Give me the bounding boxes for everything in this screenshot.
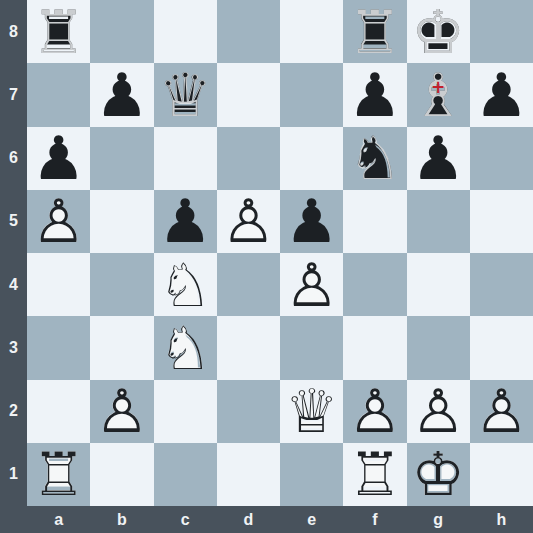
square-g8[interactable]: ♚♔ — [407, 0, 470, 63]
square-c1[interactable] — [154, 443, 217, 506]
square-e1[interactable] — [280, 443, 343, 506]
square-f8[interactable]: ♜♖ — [343, 0, 406, 63]
square-h4[interactable] — [470, 253, 533, 316]
square-f5[interactable] — [343, 190, 406, 253]
square-c7[interactable]: ♛♕ — [154, 63, 217, 126]
square-g4[interactable] — [407, 253, 470, 316]
file-labels: abcdefgh — [27, 506, 533, 533]
square-g3[interactable] — [407, 316, 470, 379]
black-bishop[interactable]: ♝♗+ — [407, 63, 470, 126]
file-label-b: b — [90, 506, 153, 533]
square-c5[interactable]: ♟ — [154, 190, 217, 253]
rank-label-5: 5 — [0, 190, 27, 253]
square-h6[interactable] — [470, 127, 533, 190]
black-pawn[interactable]: ♟ — [343, 63, 406, 126]
black-pawn[interactable]: ♟ — [90, 63, 153, 126]
black-rook[interactable]: ♜♖ — [343, 0, 406, 63]
white-rook[interactable]: ♜♖ — [343, 443, 406, 506]
square-d3[interactable] — [217, 316, 280, 379]
square-g2[interactable]: ♟♙ — [407, 380, 470, 443]
white-pawn[interactable]: ♟♙ — [343, 380, 406, 443]
file-label-e: e — [280, 506, 343, 533]
square-e3[interactable] — [280, 316, 343, 379]
square-g7[interactable]: ♝♗+ — [407, 63, 470, 126]
square-b8[interactable] — [90, 0, 153, 63]
red-cross-icon: + — [431, 78, 445, 95]
square-b7[interactable]: ♟ — [90, 63, 153, 126]
square-e7[interactable] — [280, 63, 343, 126]
square-b6[interactable] — [90, 127, 153, 190]
square-d6[interactable] — [217, 127, 280, 190]
square-g1[interactable]: ♚♔ — [407, 443, 470, 506]
black-pawn[interactable]: ♟ — [470, 63, 533, 126]
square-h8[interactable] — [470, 0, 533, 63]
black-pawn[interactable]: ♟ — [407, 127, 470, 190]
square-h1[interactable] — [470, 443, 533, 506]
rank-label-6: 6 — [0, 127, 27, 190]
square-e6[interactable] — [280, 127, 343, 190]
black-king[interactable]: ♚♔ — [407, 0, 470, 63]
square-d5[interactable]: ♟♙ — [217, 190, 280, 253]
rank-labels: 87654321 — [0, 0, 27, 506]
square-e8[interactable] — [280, 0, 343, 63]
white-knight[interactable]: ♞♘ — [154, 253, 217, 316]
square-f1[interactable]: ♜♖ — [343, 443, 406, 506]
square-b4[interactable] — [90, 253, 153, 316]
square-d2[interactable] — [217, 380, 280, 443]
square-b5[interactable] — [90, 190, 153, 253]
rank-label-7: 7 — [0, 63, 27, 126]
square-a3[interactable] — [27, 316, 90, 379]
square-a6[interactable]: ♟ — [27, 127, 90, 190]
black-rook[interactable]: ♜♖ — [27, 0, 90, 63]
square-g5[interactable] — [407, 190, 470, 253]
white-knight[interactable]: ♞♘ — [154, 316, 217, 379]
white-rook[interactable]: ♜♖ — [27, 443, 90, 506]
black-pawn[interactable]: ♟ — [154, 190, 217, 253]
square-h3[interactable] — [470, 316, 533, 379]
white-pawn[interactable]: ♟♙ — [27, 190, 90, 253]
square-c8[interactable] — [154, 0, 217, 63]
square-b3[interactable] — [90, 316, 153, 379]
rank-label-3: 3 — [0, 316, 27, 379]
black-queen[interactable]: ♛♕ — [154, 63, 217, 126]
square-e2[interactable]: ♛♕ — [280, 380, 343, 443]
square-a1[interactable]: ♜♖ — [27, 443, 90, 506]
file-label-g: g — [407, 506, 470, 533]
square-d4[interactable] — [217, 253, 280, 316]
chess-board: ♜♖♜♖♚♔♟♛♕♟♝♗+♟♟♞♘♟♟♙♟♟♙♟♞♘♟♙♞♘♟♙♛♕♟♙♟♙♟♙… — [27, 0, 533, 506]
white-pawn[interactable]: ♟♙ — [407, 380, 470, 443]
square-f2[interactable]: ♟♙ — [343, 380, 406, 443]
square-f6[interactable]: ♞♘ — [343, 127, 406, 190]
square-d1[interactable] — [217, 443, 280, 506]
file-label-a: a — [27, 506, 90, 533]
black-knight[interactable]: ♞♘ — [343, 127, 406, 190]
square-a8[interactable]: ♜♖ — [27, 0, 90, 63]
square-f3[interactable] — [343, 316, 406, 379]
black-pawn[interactable]: ♟ — [27, 127, 90, 190]
white-pawn[interactable]: ♟♙ — [280, 253, 343, 316]
square-g6[interactable]: ♟ — [407, 127, 470, 190]
square-c4[interactable]: ♞♘ — [154, 253, 217, 316]
square-h2[interactable]: ♟♙ — [470, 380, 533, 443]
white-queen[interactable]: ♛♕ — [280, 380, 343, 443]
square-f4[interactable] — [343, 253, 406, 316]
square-b2[interactable]: ♟♙ — [90, 380, 153, 443]
square-d7[interactable] — [217, 63, 280, 126]
square-h7[interactable]: ♟ — [470, 63, 533, 126]
chessboard-frame: 87654321 ♜♖♜♖♚♔♟♛♕♟♝♗+♟♟♞♘♟♟♙♟♟♙♟♞♘♟♙♞♘♟… — [0, 0, 533, 533]
square-a5[interactable]: ♟♙ — [27, 190, 90, 253]
rank-label-2: 2 — [0, 380, 27, 443]
square-c6[interactable] — [154, 127, 217, 190]
rank-label-4: 4 — [0, 253, 27, 316]
square-a7[interactable] — [27, 63, 90, 126]
file-label-f: f — [343, 506, 406, 533]
square-d8[interactable] — [217, 0, 280, 63]
white-pawn[interactable]: ♟♙ — [217, 190, 280, 253]
rank-label-8: 8 — [0, 0, 27, 63]
file-label-d: d — [217, 506, 280, 533]
file-label-c: c — [154, 506, 217, 533]
square-b1[interactable] — [90, 443, 153, 506]
square-e5[interactable]: ♟ — [280, 190, 343, 253]
square-h5[interactable] — [470, 190, 533, 253]
square-c2[interactable] — [154, 380, 217, 443]
rank-label-1: 1 — [0, 443, 27, 506]
square-c3[interactable]: ♞♘ — [154, 316, 217, 379]
square-f7[interactable]: ♟ — [343, 63, 406, 126]
black-pawn[interactable]: ♟ — [280, 190, 343, 253]
square-e4[interactable]: ♟♙ — [280, 253, 343, 316]
square-a2[interactable] — [27, 380, 90, 443]
file-label-h: h — [470, 506, 533, 533]
square-a4[interactable] — [27, 253, 90, 316]
white-pawn[interactable]: ♟♙ — [470, 380, 533, 443]
white-pawn[interactable]: ♟♙ — [90, 380, 153, 443]
white-king[interactable]: ♚♔ — [407, 443, 470, 506]
